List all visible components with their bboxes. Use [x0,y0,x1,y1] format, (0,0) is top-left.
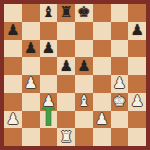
piece-black-pawn-a7[interactable]: ♟ [4,22,22,40]
chess-board: ♝♜♚♟♟♟♟♟♟♟♟♟♝♚♟♟♟♜ [0,0,150,150]
square-h8[interactable] [128,4,146,22]
square-h7[interactable]: ♟ [128,22,146,40]
square-f2[interactable]: ♟ [93,111,111,129]
piece-white-king-g3[interactable]: ♚ [111,93,129,111]
piece-white-bishop-e3[interactable]: ♝ [75,93,93,111]
square-g8[interactable] [111,4,129,22]
square-e7[interactable] [75,22,93,40]
square-b1[interactable] [22,128,40,146]
square-a1[interactable] [4,128,22,146]
square-a7[interactable]: ♟ [4,22,22,40]
square-d6[interactable] [57,40,75,58]
square-f4[interactable] [93,75,111,93]
square-c3[interactable]: ♟ [40,93,58,111]
square-g3[interactable]: ♚ [111,93,129,111]
square-d5[interactable]: ♟ [57,57,75,75]
square-a2[interactable]: ♟ [4,111,22,129]
square-e1[interactable] [75,128,93,146]
square-d4[interactable] [57,75,75,93]
square-g6[interactable] [111,40,129,58]
piece-black-bishop-c8[interactable]: ♝ [40,4,58,22]
piece-white-rook-d1[interactable]: ♜ [57,128,75,146]
square-h1[interactable] [128,128,146,146]
square-b5[interactable] [22,57,40,75]
piece-white-pawn-c3[interactable]: ♟ [40,93,58,111]
piece-white-pawn-f2[interactable]: ♟ [93,111,111,129]
square-h5[interactable] [128,57,146,75]
square-b6[interactable]: ♟ [22,40,40,58]
square-a6[interactable] [4,40,22,58]
square-f3[interactable] [93,93,111,111]
piece-black-pawn-c6[interactable]: ♟ [40,40,58,58]
square-f8[interactable] [93,4,111,22]
piece-white-pawn-h3[interactable]: ♟ [128,93,146,111]
square-b3[interactable] [22,93,40,111]
square-c8[interactable]: ♝ [40,4,58,22]
square-g4[interactable]: ♟ [111,75,129,93]
square-f5[interactable] [93,57,111,75]
square-g2[interactable] [111,111,129,129]
square-b7[interactable] [22,22,40,40]
square-e4[interactable] [75,75,93,93]
board-grid: ♝♜♚♟♟♟♟♟♟♟♟♟♝♚♟♟♟♜ [4,4,146,146]
piece-black-pawn-e5[interactable]: ♟ [75,57,93,75]
square-e3[interactable]: ♝ [75,93,93,111]
piece-black-pawn-d5[interactable]: ♟ [57,57,75,75]
square-a4[interactable] [4,75,22,93]
square-d7[interactable] [57,22,75,40]
square-a3[interactable] [4,93,22,111]
square-c5[interactable] [40,57,58,75]
piece-black-king-e8[interactable]: ♚ [75,4,93,22]
square-c4[interactable] [40,75,58,93]
square-c7[interactable] [40,22,58,40]
square-g1[interactable] [111,128,129,146]
square-b8[interactable] [22,4,40,22]
piece-white-pawn-a2[interactable]: ♟ [4,111,22,129]
square-h2[interactable] [128,111,146,129]
square-e2[interactable] [75,111,93,129]
square-f1[interactable] [93,128,111,146]
square-e8[interactable]: ♚ [75,4,93,22]
square-g7[interactable] [111,22,129,40]
square-e5[interactable]: ♟ [75,57,93,75]
square-a8[interactable] [4,4,22,22]
piece-black-rook-d8[interactable]: ♜ [57,4,75,22]
square-d8[interactable]: ♜ [57,4,75,22]
square-h4[interactable] [128,75,146,93]
square-c1[interactable] [40,128,58,146]
square-a5[interactable] [4,57,22,75]
square-f6[interactable] [93,40,111,58]
square-h3[interactable]: ♟ [128,93,146,111]
piece-white-pawn-g4[interactable]: ♟ [111,75,129,93]
piece-white-pawn-b4[interactable]: ♟ [22,75,40,93]
chess-board-widget: ♝♜♚♟♟♟♟♟♟♟♟♟♝♚♟♟♟♜ [0,0,150,150]
square-g5[interactable] [111,57,129,75]
piece-black-pawn-h7[interactable]: ♟ [128,22,146,40]
square-b4[interactable]: ♟ [22,75,40,93]
square-c6[interactable]: ♟ [40,40,58,58]
piece-black-pawn-b6[interactable]: ♟ [22,40,40,58]
square-d3[interactable] [57,93,75,111]
square-d2[interactable] [57,111,75,129]
square-b2[interactable] [22,111,40,129]
square-h6[interactable] [128,40,146,58]
square-f7[interactable] [93,22,111,40]
square-d1[interactable]: ♜ [57,128,75,146]
square-e6[interactable] [75,40,93,58]
